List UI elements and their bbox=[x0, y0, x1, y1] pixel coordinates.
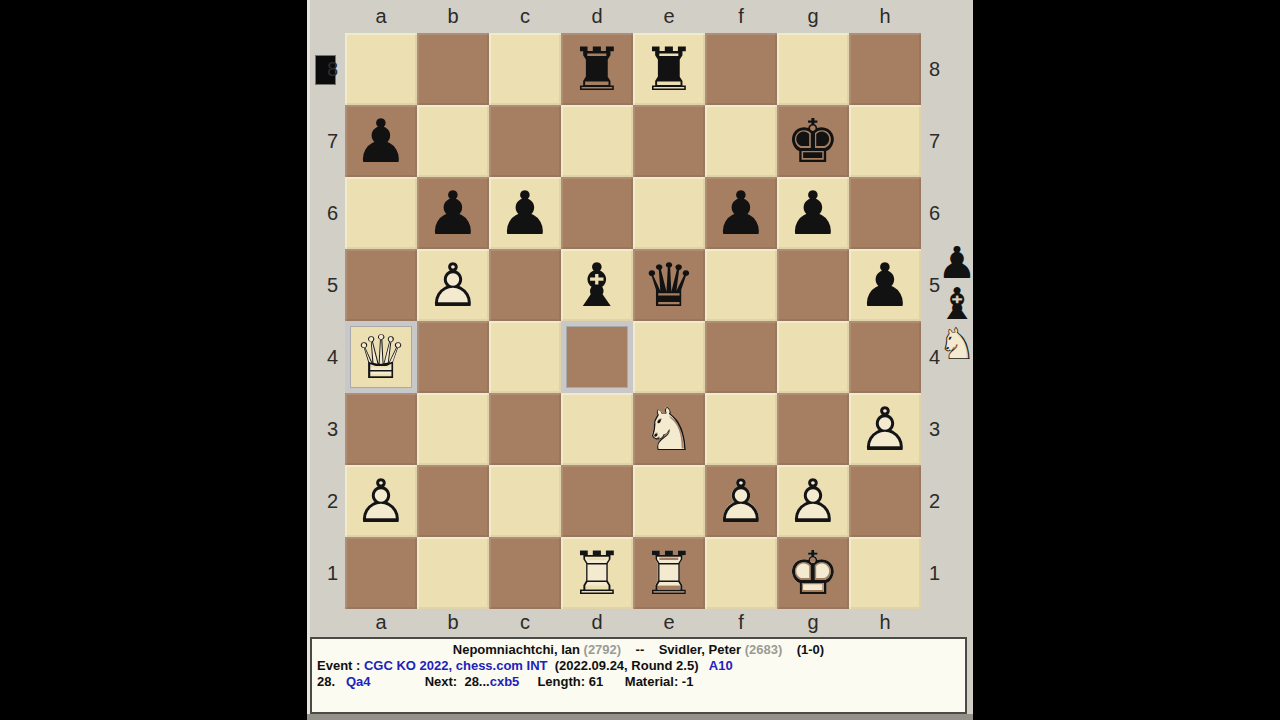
text-segment: CGC KO 2022, chess.com INT bbox=[364, 658, 548, 673]
square-h3[interactable]: ♟♙ bbox=[849, 393, 921, 465]
square-c7[interactable] bbox=[489, 105, 561, 177]
black-rook-piece[interactable]: ♜ bbox=[633, 33, 705, 105]
file-label-d: d bbox=[561, 611, 633, 635]
white-rook-piece[interactable]: ♜♖ bbox=[633, 537, 705, 609]
text-segment: (2022.09.24, Round 2.5) bbox=[547, 658, 708, 673]
square-f7[interactable] bbox=[705, 105, 777, 177]
text-segment: Qa4 bbox=[346, 674, 371, 689]
square-g2[interactable]: ♟♙ bbox=[777, 465, 849, 537]
square-a4[interactable]: ♛♕ bbox=[345, 321, 417, 393]
file-label-a: a bbox=[345, 611, 417, 635]
chess-viewer: abcdefgh 87654321 87654321 ♜♜♟♚♟♟♟♟♟♙♝♛♟… bbox=[307, 0, 973, 720]
square-e5[interactable]: ♛ bbox=[633, 249, 705, 321]
square-c1[interactable] bbox=[489, 537, 561, 609]
square-a6[interactable] bbox=[345, 177, 417, 249]
piece-outline: ♕ bbox=[345, 321, 417, 393]
square-b7[interactable] bbox=[417, 105, 489, 177]
square-f4[interactable] bbox=[705, 321, 777, 393]
text-segment: Nepomniachtchi, Ian bbox=[453, 642, 584, 657]
text-segment: Svidler, Peter bbox=[659, 642, 745, 657]
text-segment: Length: 61 Material: -1 bbox=[519, 674, 693, 689]
piece-outline: ♙ bbox=[705, 465, 777, 537]
square-a5[interactable] bbox=[345, 249, 417, 321]
square-h7[interactable] bbox=[849, 105, 921, 177]
square-h5[interactable]: ♟ bbox=[849, 249, 921, 321]
piece-glyph: ♟ bbox=[417, 177, 489, 249]
square-b5[interactable]: ♟♙ bbox=[417, 249, 489, 321]
text-segment: cxb5 bbox=[490, 674, 520, 689]
rank-label-4: 4 bbox=[307, 321, 341, 393]
text-segment: Event : bbox=[317, 658, 364, 673]
piece-glyph: ♝ bbox=[561, 249, 633, 321]
white-rook-piece[interactable]: ♜♖ bbox=[561, 537, 633, 609]
square-d7[interactable] bbox=[561, 105, 633, 177]
square-f6[interactable]: ♟ bbox=[705, 177, 777, 249]
square-d2[interactable] bbox=[561, 465, 633, 537]
file-label-g: g bbox=[777, 611, 849, 635]
rank-labels-left: 87654321 bbox=[307, 33, 341, 609]
file-label-a: a bbox=[345, 5, 417, 29]
piece-outline: ♙ bbox=[417, 249, 489, 321]
piece-outline: ♘ bbox=[934, 321, 980, 367]
black-pawn-piece[interactable]: ♟ bbox=[777, 177, 849, 249]
chess-board: ♜♜♟♚♟♟♟♟♟♙♝♛♟♛♕♞♘♟♙♟♙♟♙♟♙♜♖♜♖♚♔ bbox=[345, 33, 921, 609]
square-g6[interactable]: ♟ bbox=[777, 177, 849, 249]
square-g8[interactable] bbox=[777, 33, 849, 105]
square-b3[interactable] bbox=[417, 393, 489, 465]
black-pawn-piece[interactable]: ♟ bbox=[849, 249, 921, 321]
black-pawn-piece[interactable]: ♟ bbox=[705, 177, 777, 249]
square-b2[interactable] bbox=[417, 465, 489, 537]
square-c2[interactable] bbox=[489, 465, 561, 537]
piece-glyph: ♟ bbox=[489, 177, 561, 249]
square-a2[interactable]: ♟♙ bbox=[345, 465, 417, 537]
rank-label-2: 2 bbox=[923, 465, 953, 537]
text-segment: A10 bbox=[709, 658, 733, 673]
square-f2[interactable]: ♟♙ bbox=[705, 465, 777, 537]
piece-glyph: ♚ bbox=[777, 105, 849, 177]
text-segment: Next: 28... bbox=[371, 674, 490, 689]
black-bishop-piece[interactable]: ♝ bbox=[561, 249, 633, 321]
rank-label-7: 7 bbox=[307, 105, 341, 177]
file-label-f: f bbox=[705, 5, 777, 29]
white-knight-piece: ♞♘ bbox=[934, 321, 980, 367]
square-g4[interactable] bbox=[777, 321, 849, 393]
white-pawn-piece[interactable]: ♟♙ bbox=[345, 465, 417, 537]
piece-outline: ♖ bbox=[633, 537, 705, 609]
square-c6[interactable]: ♟ bbox=[489, 177, 561, 249]
square-f8[interactable] bbox=[705, 33, 777, 105]
rank-label-6: 6 bbox=[307, 177, 341, 249]
white-pawn-piece[interactable]: ♟♙ bbox=[417, 249, 489, 321]
piece-outline: ♙ bbox=[345, 465, 417, 537]
piece-outline: ♔ bbox=[777, 537, 849, 609]
piece-outline: ♙ bbox=[849, 393, 921, 465]
square-c4[interactable] bbox=[489, 321, 561, 393]
square-e4[interactable] bbox=[633, 321, 705, 393]
file-label-c: c bbox=[489, 5, 561, 29]
square-g5[interactable] bbox=[777, 249, 849, 321]
file-label-b: b bbox=[417, 611, 489, 635]
rank-label-3: 3 bbox=[307, 393, 341, 465]
square-d6[interactable] bbox=[561, 177, 633, 249]
piece-glyph: ♟ bbox=[705, 177, 777, 249]
piece-outline: ♖ bbox=[561, 537, 633, 609]
white-pawn-piece[interactable]: ♟♙ bbox=[849, 393, 921, 465]
square-g3[interactable] bbox=[777, 393, 849, 465]
square-b8[interactable] bbox=[417, 33, 489, 105]
event-line: Event : CGC KO 2022, chess.com INT (2022… bbox=[312, 658, 965, 674]
file-label-f: f bbox=[705, 611, 777, 635]
square-d1[interactable]: ♜♖ bbox=[561, 537, 633, 609]
black-pawn-piece[interactable]: ♟ bbox=[417, 177, 489, 249]
text-segment: 28. bbox=[317, 674, 346, 689]
text-segment: (2792) bbox=[584, 642, 622, 657]
file-label-h: h bbox=[849, 5, 921, 29]
moves-line: 28. Qa4 Next: 28...cxb5 Length: 61 Mater… bbox=[312, 674, 965, 690]
rank-label-3: 3 bbox=[923, 393, 953, 465]
file-label-g: g bbox=[777, 5, 849, 29]
rank-label-1: 1 bbox=[307, 537, 341, 609]
square-f1[interactable] bbox=[705, 537, 777, 609]
square-a8[interactable] bbox=[345, 33, 417, 105]
square-f5[interactable] bbox=[705, 249, 777, 321]
square-b6[interactable]: ♟ bbox=[417, 177, 489, 249]
square-f3[interactable] bbox=[705, 393, 777, 465]
square-h6[interactable] bbox=[849, 177, 921, 249]
square-a7[interactable]: ♟ bbox=[345, 105, 417, 177]
black-pawn-piece[interactable]: ♟ bbox=[489, 177, 561, 249]
square-g7[interactable]: ♚ bbox=[777, 105, 849, 177]
square-c3[interactable] bbox=[489, 393, 561, 465]
square-h8[interactable] bbox=[849, 33, 921, 105]
white-king-piece[interactable]: ♚♔ bbox=[777, 537, 849, 609]
square-h4[interactable] bbox=[849, 321, 921, 393]
rank-label-5: 5 bbox=[307, 249, 341, 321]
white-pawn-piece[interactable]: ♟♙ bbox=[705, 465, 777, 537]
square-e2[interactable] bbox=[633, 465, 705, 537]
file-label-e: e bbox=[633, 5, 705, 29]
square-e8[interactable]: ♜ bbox=[633, 33, 705, 105]
square-c8[interactable] bbox=[489, 33, 561, 105]
rank-label-8: 8 bbox=[307, 33, 341, 105]
file-label-d: d bbox=[561, 5, 633, 29]
square-g1[interactable]: ♚♔ bbox=[777, 537, 849, 609]
file-label-e: e bbox=[633, 611, 705, 635]
square-e3[interactable]: ♞♘ bbox=[633, 393, 705, 465]
square-d5[interactable]: ♝ bbox=[561, 249, 633, 321]
square-b1[interactable] bbox=[417, 537, 489, 609]
file-labels-top: abcdefgh bbox=[345, 5, 921, 29]
square-d3[interactable] bbox=[561, 393, 633, 465]
square-h2[interactable] bbox=[849, 465, 921, 537]
square-a1[interactable] bbox=[345, 537, 417, 609]
black-queen-piece[interactable]: ♛ bbox=[633, 249, 705, 321]
rank-label-1: 1 bbox=[923, 537, 953, 609]
square-e7[interactable] bbox=[633, 105, 705, 177]
text-segment: (2683) bbox=[745, 642, 783, 657]
game-info-panel: Nepomniachtchi, Ian (2792) -- Svidler, P… bbox=[310, 637, 967, 714]
file-label-h: h bbox=[849, 611, 921, 635]
rank-label-2: 2 bbox=[307, 465, 341, 537]
white-knight-piece[interactable]: ♞♘ bbox=[633, 393, 705, 465]
players-line: Nepomniachtchi, Ian (2792) -- Svidler, P… bbox=[312, 642, 965, 658]
piece-glyph: ♟ bbox=[849, 249, 921, 321]
black-rook-piece[interactable]: ♜ bbox=[561, 33, 633, 105]
rank-label-8: 8 bbox=[923, 33, 953, 105]
square-h1[interactable] bbox=[849, 537, 921, 609]
square-c5[interactable] bbox=[489, 249, 561, 321]
rank-label-7: 7 bbox=[923, 105, 953, 177]
square-a3[interactable] bbox=[345, 393, 417, 465]
square-b4[interactable] bbox=[417, 321, 489, 393]
black-pawn-piece[interactable]: ♟ bbox=[345, 105, 417, 177]
black-king-piece[interactable]: ♚ bbox=[777, 105, 849, 177]
captured-white-knight: ♞♘ bbox=[934, 321, 980, 367]
square-e6[interactable] bbox=[633, 177, 705, 249]
square-d8[interactable]: ♜ bbox=[561, 33, 633, 105]
piece-glyph: ♟ bbox=[777, 177, 849, 249]
square-e1[interactable]: ♜♖ bbox=[633, 537, 705, 609]
text-segment: -- bbox=[621, 642, 659, 657]
piece-glyph: ♜ bbox=[633, 33, 705, 105]
file-label-b: b bbox=[417, 5, 489, 29]
piece-glyph: ♜ bbox=[561, 33, 633, 105]
piece-glyph: ♟ bbox=[345, 105, 417, 177]
white-queen-piece[interactable]: ♛♕ bbox=[345, 321, 417, 393]
white-pawn-piece[interactable]: ♟♙ bbox=[777, 465, 849, 537]
piece-outline: ♘ bbox=[633, 393, 705, 465]
file-labels-bottom: abcdefgh bbox=[345, 611, 921, 635]
square-d4[interactable] bbox=[561, 321, 633, 393]
file-label-c: c bbox=[489, 611, 561, 635]
piece-glyph: ♛ bbox=[633, 249, 705, 321]
text-segment: (1-0) bbox=[782, 642, 824, 657]
bottom-strip bbox=[307, 714, 973, 720]
piece-outline: ♙ bbox=[777, 465, 849, 537]
